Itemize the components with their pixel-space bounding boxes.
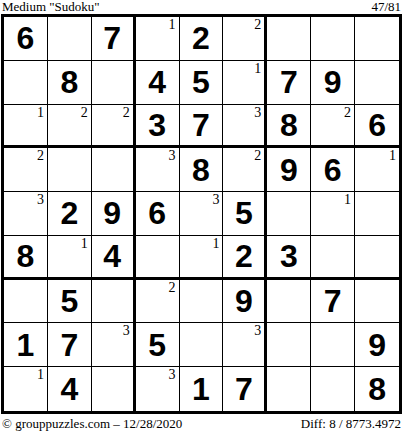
cell-r6c3[interactable]: 4 xyxy=(92,236,136,280)
given-digit: 9 xyxy=(368,329,386,361)
cell-r5c9[interactable] xyxy=(355,192,399,236)
given-digit: 7 xyxy=(280,66,298,98)
cell-r5c6[interactable]: 5 xyxy=(223,192,267,236)
cell-r5c7[interactable] xyxy=(267,192,311,236)
cell-r5c1[interactable]: 3 xyxy=(4,192,48,236)
cell-r7c4[interactable]: 2 xyxy=(136,280,180,324)
cell-r8c4[interactable]: 5 xyxy=(136,323,180,367)
corner-mark: 3 xyxy=(254,106,261,120)
cell-r4c3[interactable] xyxy=(92,148,136,192)
cell-r4c7[interactable]: 9 xyxy=(267,148,311,192)
cell-r6c9[interactable] xyxy=(355,236,399,280)
cell-r1c9[interactable] xyxy=(355,17,399,61)
cell-r9c9[interactable]: 8 xyxy=(355,367,399,411)
given-digit: 2 xyxy=(235,240,253,272)
cell-r2c4[interactable]: 4 xyxy=(136,61,180,105)
given-digit: 9 xyxy=(280,154,298,186)
puzzle-title: Medium "Sudoku" xyxy=(2,0,100,13)
corner-mark: 2 xyxy=(344,106,351,120)
corner-mark: 1 xyxy=(37,106,44,120)
given-digit: 3 xyxy=(148,109,166,141)
given-digit: 9 xyxy=(103,197,121,229)
given-digit: 3 xyxy=(280,240,298,272)
cell-r4c6[interactable]: 2 xyxy=(223,148,267,192)
given-digit: 8 xyxy=(368,373,386,405)
given-digit: 5 xyxy=(148,329,166,361)
cell-r4c4[interactable]: 3 xyxy=(136,148,180,192)
cell-r9c4[interactable]: 3 xyxy=(136,367,180,411)
cell-r4c8[interactable]: 6 xyxy=(311,148,355,192)
corner-mark: 1 xyxy=(212,237,219,251)
given-digit: 4 xyxy=(103,240,121,272)
cell-r2c9[interactable] xyxy=(355,61,399,105)
corner-mark: 2 xyxy=(37,149,44,163)
cell-r5c5[interactable]: 3 xyxy=(180,192,224,236)
corner-mark: 3 xyxy=(37,193,44,207)
given-digit: 8 xyxy=(280,109,298,141)
cell-r4c9[interactable]: 1 xyxy=(355,148,399,192)
cell-r1c2[interactable] xyxy=(48,17,92,61)
cell-r5c3[interactable]: 9 xyxy=(92,192,136,236)
given-digit: 8 xyxy=(192,154,210,186)
cell-r3c6[interactable]: 3 xyxy=(223,105,267,149)
given-digit: 5 xyxy=(235,197,253,229)
cell-r3c7[interactable]: 8 xyxy=(267,105,311,149)
copyright-text: © grouppuzzles.com – 12/28/2020 xyxy=(2,417,182,431)
progress-counter: 47/81 xyxy=(371,0,401,13)
cell-r2c2[interactable]: 8 xyxy=(48,61,92,105)
cell-r3c2[interactable]: 2 xyxy=(48,105,92,149)
cell-r7c8[interactable]: 7 xyxy=(311,280,355,324)
corner-mark: 1 xyxy=(344,193,351,207)
given-digit: 6 xyxy=(324,154,342,186)
cell-r9c6[interactable]: 7 xyxy=(223,367,267,411)
given-digit: 7 xyxy=(60,329,78,361)
given-digit: 2 xyxy=(60,197,78,229)
given-digit: 6 xyxy=(148,197,166,229)
given-digit: 8 xyxy=(17,240,35,272)
given-digit: 7 xyxy=(103,22,121,54)
given-digit: 6 xyxy=(17,22,35,54)
page-footer: © grouppuzzles.com – 12/28/2020 Diff: 8 … xyxy=(2,417,401,431)
corner-mark: 3 xyxy=(169,149,176,163)
cell-r2c5[interactable]: 5 xyxy=(180,61,224,105)
cell-r6c2[interactable]: 1 xyxy=(48,236,92,280)
cell-r2c1[interactable] xyxy=(4,61,48,105)
corner-mark: 1 xyxy=(389,149,396,163)
cell-r7c3[interactable] xyxy=(92,280,136,324)
corner-mark: 2 xyxy=(254,149,261,163)
sudoku-grid: 6712284517912237382623829613296351814123… xyxy=(1,14,402,414)
corner-mark: 1 xyxy=(254,62,261,76)
cell-r8c9[interactable]: 9 xyxy=(355,323,399,367)
given-digit: 8 xyxy=(60,66,78,98)
cell-r8c6[interactable]: 3 xyxy=(223,323,267,367)
given-digit: 1 xyxy=(192,373,210,405)
cell-r6c8[interactable] xyxy=(311,236,355,280)
given-digit: 4 xyxy=(148,66,166,98)
cell-r2c7[interactable]: 7 xyxy=(267,61,311,105)
corner-mark: 2 xyxy=(169,281,176,295)
cell-r9c1[interactable]: 1 xyxy=(4,367,48,411)
given-digit: 7 xyxy=(235,373,253,405)
corner-mark: 3 xyxy=(254,324,261,338)
cell-r9c5[interactable]: 1 xyxy=(180,367,224,411)
cell-r1c3[interactable]: 7 xyxy=(92,17,136,61)
cell-r1c1[interactable]: 6 xyxy=(4,17,48,61)
cell-r8c7[interactable] xyxy=(267,323,311,367)
cell-r8c8[interactable] xyxy=(311,323,355,367)
cell-r1c5[interactable]: 2 xyxy=(180,17,224,61)
cell-r4c2[interactable] xyxy=(48,148,92,192)
cell-r9c3[interactable] xyxy=(92,367,136,411)
cell-r3c8[interactable]: 2 xyxy=(311,105,355,149)
cell-r1c6[interactable]: 2 xyxy=(223,17,267,61)
given-digit: 2 xyxy=(192,22,210,54)
cell-r6c6[interactable]: 2 xyxy=(223,236,267,280)
given-digit: 5 xyxy=(60,285,78,317)
cell-r9c8[interactable] xyxy=(311,367,355,411)
cell-r1c7[interactable] xyxy=(267,17,311,61)
cell-r7c9[interactable] xyxy=(355,280,399,324)
corner-mark: 2 xyxy=(123,106,130,120)
cell-r3c3[interactable]: 2 xyxy=(92,105,136,149)
corner-mark: 3 xyxy=(169,368,176,382)
cell-r3c4[interactable]: 3 xyxy=(136,105,180,149)
corner-mark: 1 xyxy=(81,237,88,251)
given-digit: 5 xyxy=(192,66,210,98)
difficulty-text: Diff: 8 / 8773.4972 xyxy=(301,417,401,431)
cell-r3c9[interactable]: 6 xyxy=(355,105,399,149)
cell-r3c1[interactable]: 1 xyxy=(4,105,48,149)
cell-r7c6[interactable]: 9 xyxy=(223,280,267,324)
cell-r8c1[interactable]: 1 xyxy=(4,323,48,367)
cell-r7c1[interactable] xyxy=(4,280,48,324)
cell-r4c5[interactable]: 8 xyxy=(180,148,224,192)
cell-r6c4[interactable] xyxy=(136,236,180,280)
cell-r7c2[interactable]: 5 xyxy=(48,280,92,324)
cell-r8c3[interactable]: 3 xyxy=(92,323,136,367)
corner-mark: 3 xyxy=(212,193,219,207)
cell-r7c5[interactable] xyxy=(180,280,224,324)
cell-r3c5[interactable]: 7 xyxy=(180,105,224,149)
given-digit: 7 xyxy=(324,285,342,317)
cell-r5c8[interactable]: 1 xyxy=(311,192,355,236)
cell-r2c8[interactable]: 9 xyxy=(311,61,355,105)
corner-mark: 2 xyxy=(254,18,261,32)
given-digit: 9 xyxy=(235,285,253,317)
cell-r9c7[interactable] xyxy=(267,367,311,411)
cell-r5c4[interactable]: 6 xyxy=(136,192,180,236)
cell-r5c2[interactable]: 2 xyxy=(48,192,92,236)
corner-mark: 1 xyxy=(37,368,44,382)
cell-r1c8[interactable] xyxy=(311,17,355,61)
given-digit: 1 xyxy=(17,329,35,361)
cell-r8c2[interactable]: 7 xyxy=(48,323,92,367)
given-digit: 4 xyxy=(60,373,78,405)
cell-r2c6[interactable]: 1 xyxy=(223,61,267,105)
cell-r4c1[interactable]: 2 xyxy=(4,148,48,192)
corner-mark: 3 xyxy=(123,324,130,338)
corner-mark: 1 xyxy=(169,18,176,32)
cell-r9c2[interactable]: 4 xyxy=(48,367,92,411)
corner-mark: 2 xyxy=(81,106,88,120)
cell-r6c5[interactable]: 1 xyxy=(180,236,224,280)
given-digit: 7 xyxy=(192,109,210,141)
cell-r2c3[interactable] xyxy=(92,61,136,105)
cell-r1c4[interactable]: 1 xyxy=(136,17,180,61)
given-digit: 6 xyxy=(368,109,386,141)
cell-r6c1[interactable]: 8 xyxy=(4,236,48,280)
given-digit: 9 xyxy=(324,66,342,98)
page-header: Medium "Sudoku" 47/81 xyxy=(2,0,401,14)
cell-r6c7[interactable]: 3 xyxy=(267,236,311,280)
cell-r7c7[interactable] xyxy=(267,280,311,324)
cell-r8c5[interactable] xyxy=(180,323,224,367)
